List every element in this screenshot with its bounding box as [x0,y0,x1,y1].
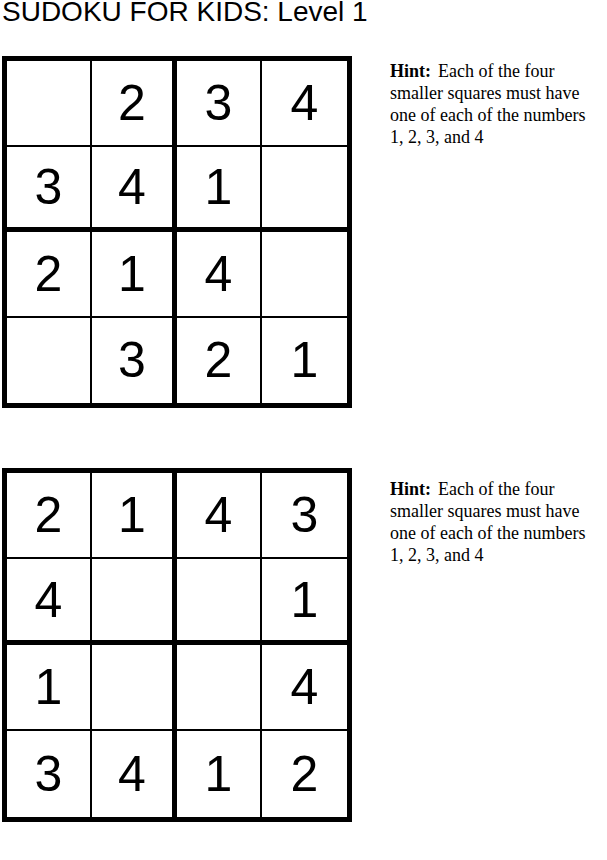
grid2-cell-r2c3[interactable] [177,559,262,645]
hint-line: one of each of the numbers [390,522,607,544]
grid2-cell-r1c2[interactable]: 1 [92,473,177,559]
hint-text: Each of the four [438,479,554,499]
hint-line: one of each of the numbers [390,104,607,126]
grid1-cell-r4c3[interactable]: 2 [177,318,262,404]
sudoku-grid-2: 2 1 4 3 4 1 1 4 3 4 1 2 [2,468,352,822]
page-title: SUDOKU FOR KIDS: Level 1 [2,0,368,29]
grid2-cell-r3c2[interactable] [92,645,177,731]
grid2-cell-r1c4[interactable]: 3 [262,473,347,559]
hint-block-1: Hint:Each of the four smaller squares mu… [390,60,607,148]
hint-text: Each of the four [438,61,554,81]
hint-line: Hint:Each of the four [390,478,607,500]
grid1-cell-r3c2[interactable]: 1 [92,232,177,318]
grid1-cell-r4c1[interactable] [7,318,92,404]
grid1-cell-r2c4[interactable] [262,147,347,233]
grid1-cell-r3c3[interactable]: 4 [177,232,262,318]
grid1-cell-r3c4[interactable] [262,232,347,318]
hint-line: 1, 2, 3, and 4 [390,544,607,566]
grid2-cell-r3c3[interactable] [177,645,262,731]
grid1-cell-r2c2[interactable]: 4 [92,147,177,233]
hint-label: Hint: [390,479,431,499]
grid1-cell-r1c1[interactable] [7,61,92,147]
grid1-cell-r1c2[interactable]: 2 [92,61,177,147]
grid2-cell-r2c2[interactable] [92,559,177,645]
hint-line: smaller squares must have [390,500,607,522]
grid1-cell-r3c1[interactable]: 2 [7,232,92,318]
grid1-cell-r1c4[interactable]: 4 [262,61,347,147]
grid2-cell-r4c3[interactable]: 1 [177,731,262,817]
grid1-cell-r2c3[interactable]: 1 [177,147,262,233]
grid2-cell-r3c4[interactable]: 4 [262,645,347,731]
sudoku-grid-1: 2 3 4 3 4 1 2 1 4 3 2 1 [2,56,352,408]
grid1-cell-r2c1[interactable]: 3 [7,147,92,233]
grid2-cell-r4c2[interactable]: 4 [92,731,177,817]
grid2-cell-r4c4[interactable]: 2 [262,731,347,817]
grid1-cell-r1c3[interactable]: 3 [177,61,262,147]
hint-label: Hint: [390,61,431,81]
grid2-cell-r4c1[interactable]: 3 [7,731,92,817]
grid2-cell-r1c1[interactable]: 2 [7,473,92,559]
grid2-cell-r1c3[interactable]: 4 [177,473,262,559]
grid2-cell-r2c1[interactable]: 4 [7,559,92,645]
hint-line: smaller squares must have [390,82,607,104]
hint-line: Hint:Each of the four [390,60,607,82]
grid1-cell-r4c2[interactable]: 3 [92,318,177,404]
grid1-cell-r4c4[interactable]: 1 [262,318,347,404]
grid2-cell-r2c4[interactable]: 1 [262,559,347,645]
hint-line: 1, 2, 3, and 4 [390,126,607,148]
hint-block-2: Hint:Each of the four smaller squares mu… [390,478,607,566]
grid2-cell-r3c1[interactable]: 1 [7,645,92,731]
